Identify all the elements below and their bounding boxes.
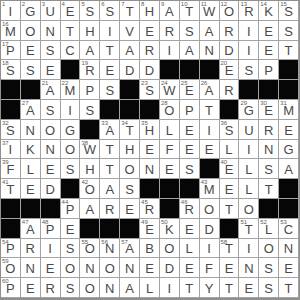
letter-cell[interactable]: T [100, 159, 120, 179]
letter-cell[interactable]: S [21, 60, 41, 80]
letter-cell[interactable]: H [80, 21, 100, 41]
letter-cell[interactable]: O [259, 239, 279, 259]
letter-cell[interactable]: 2G [21, 1, 41, 21]
letter-cell[interactable]: 38W [80, 140, 100, 160]
letter-cell[interactable]: T [220, 278, 240, 298]
letter-cell[interactable]: P [259, 60, 279, 80]
letter-cell[interactable]: O [21, 21, 41, 41]
letter-cell[interactable]: A [80, 41, 100, 61]
letter-cell[interactable]: O [160, 239, 180, 259]
letter-cell[interactable]: S [180, 21, 200, 41]
clue-number: 8 [141, 1, 144, 8]
letter-cell[interactable]: D [140, 60, 160, 80]
black-square [160, 199, 180, 219]
cell-letter: E [46, 262, 55, 277]
cell-letter: T [225, 203, 233, 218]
letter-cell[interactable]: L [239, 159, 259, 179]
letter-cell[interactable]: E [180, 120, 200, 140]
letter-cell[interactable]: G [61, 120, 81, 140]
clue-number: 50 [161, 219, 168, 226]
clue-number: 46 [181, 199, 188, 206]
letter-cell[interactable]: E [180, 140, 200, 160]
letter-cell[interactable]: D [200, 219, 220, 239]
letter-cell[interactable]: O [120, 159, 140, 179]
black-square [80, 219, 100, 239]
letter-cell[interactable]: O [239, 199, 259, 219]
letter-cell[interactable]: 54P [1, 239, 21, 259]
cell-letter: S [125, 183, 134, 198]
letter-cell[interactable]: S [259, 258, 279, 278]
clue-number: 26 [201, 80, 208, 87]
letter-cell[interactable]: 56N [100, 239, 120, 259]
letter-cell[interactable]: 14K [259, 1, 279, 21]
letter-cell[interactable]: E [21, 278, 41, 298]
letter-cell[interactable]: I [160, 278, 180, 298]
letter-cell[interactable]: 33A [100, 120, 120, 140]
cell-letter: E [185, 143, 194, 158]
letter-cell[interactable]: E [41, 60, 61, 80]
clue-number: 47 [22, 219, 29, 226]
cell-letter: D [125, 64, 134, 79]
cell-letter: O [125, 163, 135, 178]
letter-cell[interactable]: E [41, 258, 61, 278]
clue-number: 58 [221, 239, 228, 246]
letter-cell[interactable]: E [140, 140, 160, 160]
letter-cell[interactable]: O [200, 199, 220, 219]
black-square [200, 60, 220, 80]
letter-cell[interactable]: D [160, 258, 180, 278]
black-square [220, 219, 240, 239]
letter-cell[interactable]: E [279, 258, 299, 278]
cell-letter: L [27, 163, 34, 178]
letter-cell[interactable]: 18S [1, 60, 21, 80]
letter-cell[interactable]: A [200, 21, 220, 41]
letter-cell[interactable]: T [100, 140, 120, 160]
letter-cell[interactable]: T [100, 41, 120, 61]
clue-number: 11 [201, 1, 207, 8]
letter-cell[interactable]: 35H [140, 120, 160, 140]
letter-cell[interactable]: 39F [1, 159, 21, 179]
letter-cell[interactable]: S [239, 60, 259, 80]
letter-cell[interactable]: E [239, 278, 259, 298]
cell-letter: I [48, 242, 52, 257]
clue-number: 41 [2, 179, 9, 186]
cell-letter: N [244, 262, 253, 277]
cell-letter: S [185, 163, 194, 178]
letter-cell[interactable]: 49E [140, 219, 160, 239]
cell-letter: I [247, 143, 251, 158]
letter-cell[interactable]: T [180, 278, 200, 298]
cell-letter: E [26, 282, 35, 297]
letter-cell[interactable]: E [220, 179, 240, 199]
letter-cell[interactable]: 13R [239, 1, 259, 21]
cell-letter: L [146, 282, 153, 297]
letter-cell[interactable]: 41T [1, 179, 21, 199]
cell-letter: O [264, 242, 274, 257]
letter-cell[interactable]: E [259, 41, 279, 61]
cell-letter: E [66, 5, 75, 20]
cell-letter: V [125, 25, 134, 40]
clue-number: 37 [2, 140, 9, 147]
letter-cell[interactable]: 57A [120, 239, 140, 259]
letter-cell[interactable]: 6S [100, 1, 120, 21]
letter-cell[interactable]: N [140, 159, 160, 179]
cell-letter: E [244, 282, 253, 297]
cell-letter: S [86, 104, 95, 119]
letter-cell[interactable]: 59O [1, 258, 21, 278]
letter-cell[interactable]: 40E [220, 159, 240, 179]
cell-letter: T [225, 282, 233, 297]
letter-cell[interactable]: A [180, 41, 200, 61]
letter-cell[interactable]: E [220, 258, 240, 278]
letter-cell[interactable]: N [41, 140, 61, 160]
letter-cell[interactable]: E [180, 219, 200, 239]
letter-cell[interactable]: T [200, 100, 220, 120]
letter-cell[interactable]: 55O [80, 239, 100, 259]
letter-cell[interactable]: P [80, 80, 100, 100]
letter-cell[interactable]: 12O [220, 1, 240, 21]
letter-cell[interactable]: 43M [200, 179, 220, 199]
letter-cell[interactable]: S [80, 100, 100, 120]
letter-cell[interactable]: S [41, 41, 61, 61]
black-square [1, 199, 21, 219]
letter-cell[interactable]: L [239, 179, 259, 199]
black-square [200, 159, 220, 179]
letter-cell[interactable]: 47A [21, 219, 41, 239]
clue-number: 39 [2, 159, 9, 166]
letter-cell[interactable]: E [279, 120, 299, 140]
letter-cell[interactable]: A [120, 278, 140, 298]
letter-cell[interactable]: E [140, 21, 160, 41]
letter-cell[interactable]: T [220, 199, 240, 219]
clue-number: 32 [2, 120, 9, 127]
letter-cell[interactable]: H [120, 140, 140, 160]
letter-cell[interactable]: O [80, 278, 100, 298]
cell-letter: T [265, 183, 273, 198]
letter-cell[interactable]: 37I [1, 140, 21, 160]
letter-cell[interactable]: N [80, 258, 100, 278]
cell-letter: E [66, 223, 75, 238]
clue-number: 2 [22, 1, 25, 8]
cell-letter: E [26, 183, 35, 198]
letter-cell[interactable]: 15S [279, 1, 299, 21]
letter-cell[interactable]: N [41, 21, 61, 41]
letter-cell[interactable]: E [200, 140, 220, 160]
letter-cell[interactable]: O [61, 258, 81, 278]
clue-number: 57 [121, 239, 128, 246]
letter-cell[interactable]: R [259, 120, 279, 140]
black-square [259, 80, 279, 100]
letter-cell[interactable]: I [239, 41, 259, 61]
letter-cell[interactable]: 1I [1, 1, 21, 21]
letter-cell[interactable]: 5S [80, 1, 100, 21]
letter-cell[interactable]: E [21, 179, 41, 199]
letter-cell[interactable]: 27A [21, 100, 41, 120]
letter-cell[interactable]: I [61, 100, 81, 120]
black-square [120, 219, 140, 239]
cell-letter: O [65, 143, 75, 158]
letter-cell[interactable]: 17P [1, 41, 21, 61]
cell-letter: E [225, 262, 234, 277]
letter-cell[interactable]: R [140, 41, 160, 61]
letter-cell[interactable]: S [279, 21, 299, 41]
cell-letter: N [26, 262, 35, 277]
letter-cell[interactable]: 28O [160, 100, 180, 120]
cell-letter: G [65, 124, 75, 139]
letter-cell[interactable]: R [21, 239, 41, 259]
letter-cell[interactable]: T [61, 21, 81, 41]
letter-cell[interactable]: N [279, 239, 299, 259]
letter-cell[interactable]: 23S [140, 80, 160, 100]
black-square [1, 219, 21, 239]
cell-letter: N [105, 282, 114, 297]
cell-letter: E [185, 223, 194, 238]
letter-cell[interactable]: L [140, 278, 160, 298]
cell-letter: N [26, 124, 35, 139]
cell-letter: S [264, 262, 273, 277]
cell-letter: T [285, 282, 293, 297]
letter-cell[interactable]: N [120, 258, 140, 278]
letter-cell[interactable]: I [239, 140, 259, 160]
letter-cell[interactable]: I [41, 239, 61, 259]
cell-letter: T [205, 104, 213, 119]
black-square [1, 100, 21, 120]
letter-cell[interactable]: A [100, 179, 120, 199]
cell-letter: S [66, 242, 75, 257]
letter-cell[interactable]: I [200, 239, 220, 259]
letter-cell[interactable]: 7T [120, 1, 140, 21]
letter-cell[interactable]: S [61, 278, 81, 298]
letter-cell[interactable]: A [80, 199, 100, 219]
letter-cell[interactable]: I [200, 120, 220, 140]
letter-cell[interactable]: O [61, 140, 81, 160]
letter-cell[interactable]: I [100, 21, 120, 41]
letter-cell[interactable]: N [100, 278, 120, 298]
letter-cell[interactable]: C [61, 41, 81, 61]
letter-cell[interactable]: O [41, 120, 61, 140]
cell-letter: S [26, 64, 35, 79]
letter-cell[interactable]: 53C [279, 219, 299, 239]
cell-letter: N [85, 262, 94, 277]
black-square [279, 179, 299, 199]
letter-cell[interactable]: R [160, 21, 180, 41]
letter-cell[interactable]: N [259, 140, 279, 160]
letter-cell[interactable]: 60P [1, 278, 21, 298]
letter-cell[interactable]: O [100, 258, 120, 278]
cell-letter: U [45, 5, 54, 20]
letter-cell[interactable]: 8H [140, 1, 160, 21]
letter-cell[interactable]: 30E [259, 100, 279, 120]
letter-cell[interactable]: 34T [120, 120, 140, 140]
cell-letter: N [145, 163, 154, 178]
letter-cell[interactable]: S [41, 100, 61, 120]
letter-cell[interactable]: 29G [239, 100, 259, 120]
letter-cell[interactable]: E [100, 60, 120, 80]
letter-cell[interactable]: R [220, 80, 240, 100]
letter-cell[interactable]: T [279, 278, 299, 298]
letter-cell[interactable]: E [140, 258, 160, 278]
letter-cell[interactable]: L [21, 159, 41, 179]
cell-letter: O [105, 262, 115, 277]
clue-number: 3 [42, 1, 45, 8]
cell-letter: E [165, 163, 174, 178]
letter-cell[interactable]: E [180, 258, 200, 278]
letter-cell[interactable]: L [220, 140, 240, 160]
letter-cell[interactable]: E [21, 41, 41, 61]
cell-letter: E [264, 44, 273, 59]
cell-letter: S [86, 5, 95, 20]
clue-number: 45 [141, 199, 148, 206]
cell-letter: P [86, 84, 95, 99]
cell-letter: E [125, 203, 134, 218]
letter-cell[interactable]: 52L [259, 219, 279, 239]
letter-cell[interactable]: G [279, 140, 299, 160]
letter-cell[interactable]: E [160, 159, 180, 179]
letter-cell[interactable]: 36S [220, 120, 240, 140]
letter-cell[interactable]: N [21, 258, 41, 278]
letter-cell[interactable]: D [41, 179, 61, 199]
letter-cell[interactable]: S [100, 80, 120, 100]
letter-cell[interactable]: 19R [80, 60, 100, 80]
letter-cell[interactable]: R [100, 199, 120, 219]
letter-cell[interactable]: S [61, 239, 81, 259]
clue-number: 20 [221, 60, 228, 67]
black-square [140, 179, 160, 199]
letter-cell[interactable]: 42O [80, 179, 100, 199]
letter-cell[interactable]: L [160, 120, 180, 140]
cell-letter: D [45, 183, 54, 198]
black-square [279, 80, 299, 100]
letter-cell[interactable]: E [259, 21, 279, 41]
black-square [220, 100, 240, 120]
letter-cell[interactable]: A [120, 41, 140, 61]
letter-cell[interactable]: P [180, 100, 200, 120]
letter-cell[interactable]: 3U [41, 1, 61, 21]
letter-cell[interactable]: R [41, 278, 61, 298]
clue-number: 6 [101, 1, 104, 8]
cell-letter: D [204, 223, 213, 238]
cell-letter: L [166, 124, 173, 139]
cell-letter: T [126, 5, 134, 20]
clue-number: 48 [42, 219, 49, 226]
letter-cell[interactable]: 51T [239, 219, 259, 239]
cell-letter: N [284, 242, 293, 257]
cell-letter: S [264, 282, 273, 297]
letter-cell[interactable]: I [239, 21, 259, 41]
letter-cell[interactable]: N [239, 258, 259, 278]
letter-cell[interactable]: F [160, 140, 180, 160]
letter-cell[interactable]: 11W [200, 1, 220, 21]
cell-letter: R [145, 44, 154, 59]
letter-cell[interactable]: S [259, 159, 279, 179]
letter-cell[interactable]: 48P [41, 219, 61, 239]
letter-cell[interactable]: 26A [200, 80, 220, 100]
letter-cell[interactable]: 24W [160, 80, 180, 100]
cell-letter: I [168, 282, 172, 297]
letter-cell[interactable]: D [120, 60, 140, 80]
black-square [61, 179, 81, 199]
letter-cell[interactable]: S [180, 159, 200, 179]
cell-letter: A [86, 203, 95, 218]
letter-cell[interactable]: K [21, 140, 41, 160]
letter-cell[interactable]: 31M [279, 100, 299, 120]
letter-cell[interactable]: 32S [1, 120, 21, 140]
letter-cell[interactable]: N [21, 120, 41, 140]
cell-letter: S [46, 104, 55, 119]
letter-cell[interactable]: A [279, 159, 299, 179]
letter-cell[interactable]: S [61, 159, 81, 179]
letter-cell[interactable]: E [120, 199, 140, 219]
letter-cell[interactable]: 16M [1, 21, 21, 41]
black-square [279, 199, 299, 219]
cell-letter: S [264, 163, 273, 178]
cell-letter: E [145, 143, 154, 158]
clue-number: 4 [62, 1, 65, 8]
letter-cell[interactable]: L [180, 239, 200, 259]
letter-cell[interactable]: I [160, 41, 180, 61]
letter-cell[interactable]: 46R [180, 199, 200, 219]
cell-letter: A [165, 5, 174, 20]
cell-letter: S [185, 25, 194, 40]
letter-cell[interactable]: 21A [41, 80, 61, 100]
black-square [180, 179, 200, 199]
letter-cell[interactable]: T [259, 179, 279, 199]
letter-cell[interactable]: U [239, 120, 259, 140]
letter-cell[interactable]: 4E [61, 1, 81, 21]
letter-cell[interactable]: 50K [160, 219, 180, 239]
letter-cell[interactable]: V [120, 21, 140, 41]
cell-letter: S [284, 25, 293, 40]
clue-number: 52 [260, 219, 267, 226]
cell-letter: T [185, 282, 193, 297]
letter-cell[interactable]: S [120, 179, 140, 199]
letter-cell[interactable]: I [239, 239, 259, 259]
letter-cell[interactable]: H [80, 159, 100, 179]
letter-cell[interactable]: F [200, 258, 220, 278]
letter-cell[interactable]: N [200, 41, 220, 61]
letter-cell[interactable]: D [220, 41, 240, 61]
clue-number: 21 [42, 80, 49, 87]
clue-number: 34 [121, 120, 128, 127]
cell-letter: A [105, 183, 114, 198]
letter-cell[interactable]: E [41, 159, 61, 179]
cell-letter: R [105, 203, 114, 218]
letter-cell[interactable]: 25E [180, 80, 200, 100]
letter-cell[interactable]: S [259, 278, 279, 298]
letter-cell[interactable]: 44P [61, 199, 81, 219]
clue-number: 15 [280, 1, 287, 8]
letter-cell[interactable]: T [279, 41, 299, 61]
cell-letter: U [244, 124, 253, 139]
letter-cell[interactable]: 10T [180, 1, 200, 21]
letter-cell[interactable]: R [220, 21, 240, 41]
letter-cell[interactable]: 58T [220, 239, 240, 259]
letter-cell[interactable]: 9A [160, 1, 180, 21]
letter-cell[interactable]: 20E [220, 60, 240, 80]
letter-cell[interactable]: B [140, 239, 160, 259]
letter-cell[interactable]: E [61, 219, 81, 239]
letter-cell[interactable]: 45R [140, 199, 160, 219]
letter-cell[interactable]: Y [200, 278, 220, 298]
clue-number: 12 [221, 1, 228, 8]
cell-letter: E [46, 64, 55, 79]
cell-letter: N [204, 44, 213, 59]
clue-number: 51 [240, 219, 247, 226]
letter-cell[interactable]: 22M [61, 80, 81, 100]
clue-number: 17 [2, 41, 9, 48]
clue-number: 24 [161, 80, 168, 87]
cell-letter: L [186, 242, 193, 257]
